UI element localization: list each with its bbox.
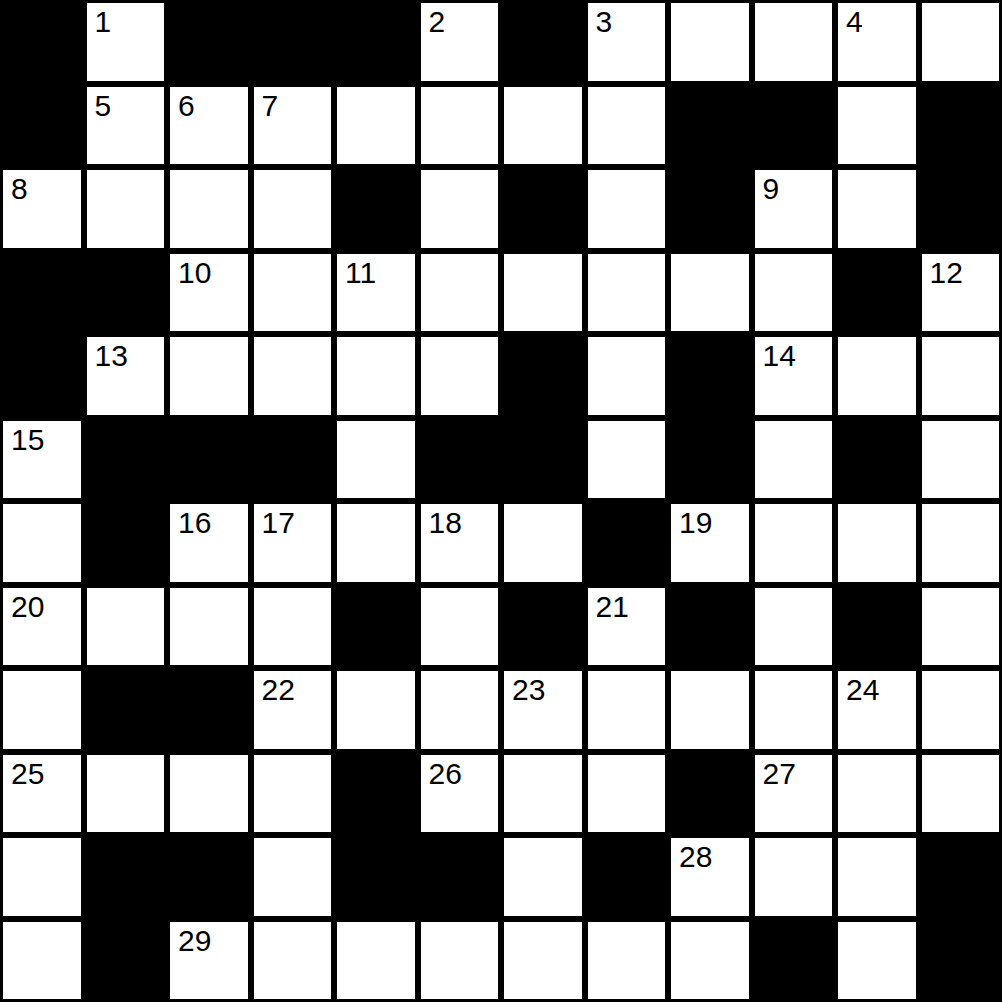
cell-r3c11[interactable] <box>835 167 919 251</box>
cell-r3c10[interactable]: 9 <box>752 167 836 251</box>
cell-r10c3[interactable] <box>167 752 251 836</box>
cell-r7c4[interactable]: 17 <box>251 501 335 585</box>
cell-r9c4[interactable]: 22 <box>251 668 335 752</box>
cell-r8c1[interactable]: 20 <box>0 585 84 669</box>
cell-r6c10[interactable] <box>752 418 836 502</box>
block-cell-r8c5 <box>334 585 418 669</box>
cell-r5c11[interactable] <box>835 334 919 418</box>
cell-r9c12[interactable] <box>919 668 1002 752</box>
cell-r9c11[interactable]: 24 <box>835 668 919 752</box>
block-cell-r11c2 <box>84 835 168 919</box>
cell-r9c6[interactable] <box>418 668 502 752</box>
cell-r5c6[interactable] <box>418 334 502 418</box>
clue-number-17: 17 <box>262 506 295 541</box>
clue-number-1: 1 <box>95 5 112 40</box>
block-cell-r5c7 <box>501 334 585 418</box>
cell-r2c11[interactable] <box>835 84 919 168</box>
cell-r12c7[interactable] <box>501 919 585 1002</box>
cell-r10c1[interactable]: 25 <box>0 752 84 836</box>
clue-number-19: 19 <box>679 506 712 541</box>
cell-r6c12[interactable] <box>919 418 1002 502</box>
cell-r5c3[interactable] <box>167 334 251 418</box>
clue-number-13: 13 <box>95 339 128 374</box>
cell-r6c5[interactable] <box>334 418 418 502</box>
cell-r8c12[interactable] <box>919 585 1002 669</box>
cell-r7c10[interactable] <box>752 501 836 585</box>
cell-r9c5[interactable] <box>334 668 418 752</box>
cell-r11c4[interactable] <box>251 835 335 919</box>
cell-r1c11[interactable]: 4 <box>835 0 919 84</box>
cell-r8c4[interactable] <box>251 585 335 669</box>
block-cell-r2c9 <box>668 84 752 168</box>
block-cell-r7c2 <box>84 501 168 585</box>
cell-r7c12[interactable] <box>919 501 1002 585</box>
block-cell-r6c11 <box>835 418 919 502</box>
clue-number-7: 7 <box>262 89 279 124</box>
block-cell-r1c3 <box>167 0 251 84</box>
clue-number-5: 5 <box>95 89 112 124</box>
cell-r5c4[interactable] <box>251 334 335 418</box>
block-cell-r12c12 <box>919 919 1002 1002</box>
cell-r11c7[interactable] <box>501 835 585 919</box>
cell-r2c5[interactable] <box>334 84 418 168</box>
cell-r4c10[interactable] <box>752 251 836 335</box>
block-cell-r4c2 <box>84 251 168 335</box>
cell-r2c2[interactable]: 5 <box>84 84 168 168</box>
cell-r1c9[interactable] <box>668 0 752 84</box>
cell-r3c3[interactable] <box>167 167 251 251</box>
block-cell-r6c4 <box>251 418 335 502</box>
clue-number-24: 24 <box>846 673 879 708</box>
cell-r4c5[interactable]: 11 <box>334 251 418 335</box>
cell-r4c4[interactable] <box>251 251 335 335</box>
cell-r7c7[interactable] <box>501 501 585 585</box>
cell-r10c2[interactable] <box>84 752 168 836</box>
cell-r7c9[interactable]: 19 <box>668 501 752 585</box>
cell-r1c6[interactable]: 2 <box>418 0 502 84</box>
cell-r12c9[interactable] <box>668 919 752 1002</box>
clue-number-3: 3 <box>596 5 613 40</box>
block-cell-r7c8 <box>585 501 669 585</box>
cell-r12c5[interactable] <box>334 919 418 1002</box>
cell-r3c8[interactable] <box>585 167 669 251</box>
clue-number-28: 28 <box>679 840 712 875</box>
block-cell-r8c9 <box>668 585 752 669</box>
clue-number-15: 15 <box>11 423 44 458</box>
cell-r11c11[interactable] <box>835 835 919 919</box>
cell-r4c9[interactable] <box>668 251 752 335</box>
cell-r10c11[interactable] <box>835 752 919 836</box>
cell-r2c7[interactable] <box>501 84 585 168</box>
cell-r12c6[interactable] <box>418 919 502 1002</box>
block-cell-r2c10 <box>752 84 836 168</box>
block-cell-r6c3 <box>167 418 251 502</box>
clue-number-9: 9 <box>763 172 780 207</box>
block-cell-r5c9 <box>668 334 752 418</box>
cell-r1c12[interactable] <box>919 0 1002 84</box>
cell-r12c3[interactable]: 29 <box>167 919 251 1002</box>
block-cell-r11c8 <box>585 835 669 919</box>
block-cell-r2c1 <box>0 84 84 168</box>
cell-r10c12[interactable] <box>919 752 1002 836</box>
cell-r5c10[interactable]: 14 <box>752 334 836 418</box>
block-cell-r11c6 <box>418 835 502 919</box>
clue-number-10: 10 <box>178 256 211 291</box>
block-cell-r12c10 <box>752 919 836 1002</box>
clue-number-23: 23 <box>512 673 545 708</box>
clue-number-6: 6 <box>178 89 195 124</box>
clue-number-14: 14 <box>763 339 796 374</box>
cell-r4c12[interactable]: 12 <box>919 251 1002 335</box>
clue-number-11: 11 <box>345 256 376 291</box>
cell-r3c2[interactable] <box>84 167 168 251</box>
cell-r6c1[interactable]: 15 <box>0 418 84 502</box>
cell-r9c10[interactable] <box>752 668 836 752</box>
cell-r11c10[interactable] <box>752 835 836 919</box>
cell-r3c4[interactable] <box>251 167 335 251</box>
block-cell-r6c7 <box>501 418 585 502</box>
block-cell-r2c12 <box>919 84 1002 168</box>
cell-r11c9[interactable]: 28 <box>668 835 752 919</box>
clue-number-26: 26 <box>429 757 462 792</box>
block-cell-r4c11 <box>835 251 919 335</box>
block-cell-r6c9 <box>668 418 752 502</box>
clue-number-21: 21 <box>596 590 629 625</box>
cell-r8c3[interactable] <box>167 585 251 669</box>
block-cell-r3c5 <box>334 167 418 251</box>
block-cell-r9c3 <box>167 668 251 752</box>
cell-r9c7[interactable]: 23 <box>501 668 585 752</box>
block-cell-r11c12 <box>919 835 1002 919</box>
cell-r10c7[interactable] <box>501 752 585 836</box>
cell-r8c2[interactable] <box>84 585 168 669</box>
clue-number-12: 12 <box>930 256 963 291</box>
cell-r2c3[interactable]: 6 <box>167 84 251 168</box>
clue-number-22: 22 <box>262 673 295 708</box>
block-cell-r12c2 <box>84 919 168 1002</box>
clue-number-25: 25 <box>11 757 44 792</box>
cell-r5c2[interactable]: 13 <box>84 334 168 418</box>
clue-number-8: 8 <box>11 172 28 207</box>
clue-number-20: 20 <box>11 590 44 625</box>
cell-r2c6[interactable] <box>418 84 502 168</box>
cell-r12c11[interactable] <box>835 919 919 1002</box>
cell-r8c10[interactable] <box>752 585 836 669</box>
cell-r10c6[interactable]: 26 <box>418 752 502 836</box>
cell-r5c12[interactable] <box>919 334 1002 418</box>
cell-r3c6[interactable] <box>418 167 502 251</box>
cell-r4c7[interactable] <box>501 251 585 335</box>
block-cell-r11c3 <box>167 835 251 919</box>
cell-r4c6[interactable] <box>418 251 502 335</box>
clue-number-29: 29 <box>178 924 211 959</box>
cell-r9c8[interactable] <box>585 668 669 752</box>
cell-r4c3[interactable]: 10 <box>167 251 251 335</box>
block-cell-r10c9 <box>668 752 752 836</box>
clue-number-27: 27 <box>763 757 796 792</box>
block-cell-r5c1 <box>0 334 84 418</box>
cell-r9c1[interactable] <box>0 668 84 752</box>
block-cell-r8c7 <box>501 585 585 669</box>
block-cell-r3c12 <box>919 167 1002 251</box>
cell-r6c8[interactable] <box>585 418 669 502</box>
cell-r7c1[interactable] <box>0 501 84 585</box>
block-cell-r11c5 <box>334 835 418 919</box>
cell-r12c4[interactable] <box>251 919 335 1002</box>
block-cell-r1c5 <box>334 0 418 84</box>
cell-r10c4[interactable] <box>251 752 335 836</box>
cell-r7c11[interactable] <box>835 501 919 585</box>
cell-r7c5[interactable] <box>334 501 418 585</box>
cell-r8c6[interactable] <box>418 585 502 669</box>
clue-number-16: 16 <box>178 506 211 541</box>
block-cell-r1c1 <box>0 0 84 84</box>
clue-number-2: 2 <box>429 5 446 40</box>
cell-r12c8[interactable] <box>585 919 669 1002</box>
cell-r9c9[interactable] <box>668 668 752 752</box>
cell-r8c8[interactable]: 21 <box>585 585 669 669</box>
cell-r10c10[interactable]: 27 <box>752 752 836 836</box>
block-cell-r1c7 <box>501 0 585 84</box>
cell-r5c5[interactable] <box>334 334 418 418</box>
block-cell-r6c2 <box>84 418 168 502</box>
cell-r1c2[interactable]: 1 <box>84 0 168 84</box>
cell-r4c8[interactable] <box>585 251 669 335</box>
cell-r5c8[interactable] <box>585 334 669 418</box>
cell-r12c1[interactable] <box>0 919 84 1002</box>
block-cell-r1c4 <box>251 0 335 84</box>
block-cell-r3c7 <box>501 167 585 251</box>
block-cell-r3c9 <box>668 167 752 251</box>
block-cell-r4c1 <box>0 251 84 335</box>
cell-r3c1[interactable]: 8 <box>0 167 84 251</box>
cell-r7c6[interactable]: 18 <box>418 501 502 585</box>
clue-number-4: 4 <box>846 5 863 40</box>
block-cell-r9c2 <box>84 668 168 752</box>
cell-r2c4[interactable]: 7 <box>251 84 335 168</box>
block-cell-r8c11 <box>835 585 919 669</box>
cell-r2c8[interactable] <box>585 84 669 168</box>
cell-r1c10[interactable] <box>752 0 836 84</box>
cell-r7c3[interactable]: 16 <box>167 501 251 585</box>
clue-number-18: 18 <box>429 506 462 541</box>
cell-r10c8[interactable] <box>585 752 669 836</box>
crossword-grid: 1234567891011121314151617181920212223242… <box>0 0 1002 1002</box>
cell-r11c1[interactable] <box>0 835 84 919</box>
cell-r1c8[interactable]: 3 <box>585 0 669 84</box>
block-cell-r6c6 <box>418 418 502 502</box>
block-cell-r10c5 <box>334 752 418 836</box>
